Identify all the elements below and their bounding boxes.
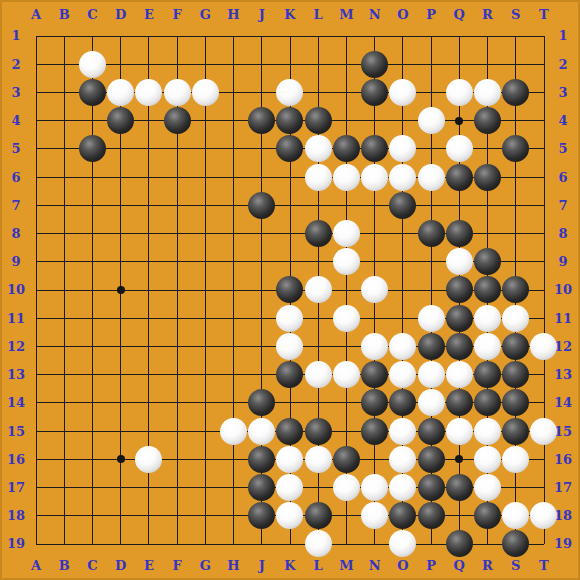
col-label: N	[361, 7, 389, 22]
white-stone[interactable]	[389, 418, 416, 445]
row-label: 17	[7, 480, 25, 495]
black-stone[interactable]	[276, 135, 303, 162]
white-stone[interactable]	[276, 333, 303, 360]
white-stone[interactable]	[446, 79, 473, 106]
white-stone[interactable]	[474, 474, 501, 501]
row-label: 14	[7, 395, 25, 410]
white-stone[interactable]	[305, 446, 332, 473]
row-label: 17	[554, 480, 572, 495]
black-stone[interactable]	[276, 418, 303, 445]
col-label: O	[389, 558, 417, 573]
col-label: H	[219, 7, 247, 22]
row-labels-right: 12345678910111213141516171819	[547, 22, 579, 558]
white-stone[interactable]	[389, 333, 416, 360]
col-label: Q	[445, 558, 473, 573]
row-label: 9	[558, 254, 567, 269]
col-label: A	[22, 7, 50, 22]
col-label: K	[276, 558, 304, 573]
white-stone[interactable]	[418, 305, 445, 332]
black-stone[interactable]	[474, 276, 501, 303]
white-stone[interactable]	[389, 446, 416, 473]
white-stone[interactable]	[135, 79, 162, 106]
row-label: 11	[554, 311, 572, 326]
row-label: 15	[7, 424, 25, 439]
star-point	[117, 455, 125, 463]
row-label: 2	[11, 57, 20, 72]
black-stone[interactable]	[446, 530, 473, 557]
row-label: 16	[7, 452, 25, 467]
white-stone[interactable]	[305, 164, 332, 191]
row-label: 7	[11, 198, 20, 213]
white-stone[interactable]	[305, 361, 332, 388]
black-stone[interactable]	[248, 502, 275, 529]
black-stone[interactable]	[474, 502, 501, 529]
white-stone[interactable]	[418, 389, 445, 416]
col-label: A	[22, 558, 50, 573]
row-label: 11	[7, 311, 25, 326]
black-stone[interactable]	[502, 276, 529, 303]
black-stone[interactable]	[446, 164, 473, 191]
black-stone[interactable]	[474, 389, 501, 416]
row-label: 19	[7, 536, 25, 551]
black-stone[interactable]	[474, 361, 501, 388]
col-label: G	[191, 558, 219, 573]
row-label: 4	[558, 113, 567, 128]
white-stone[interactable]	[192, 79, 219, 106]
white-stone[interactable]	[446, 418, 473, 445]
black-stone[interactable]	[248, 389, 275, 416]
col-label: D	[107, 558, 135, 573]
row-label: 13	[554, 367, 572, 382]
col-label: G	[191, 7, 219, 22]
white-stone[interactable]	[418, 361, 445, 388]
black-stone[interactable]	[361, 79, 388, 106]
white-stone[interactable]	[276, 502, 303, 529]
black-stone[interactable]	[305, 502, 332, 529]
white-stone[interactable]	[305, 276, 332, 303]
white-stone[interactable]	[361, 164, 388, 191]
black-stone[interactable]	[276, 107, 303, 134]
row-label: 14	[554, 395, 572, 410]
white-stone[interactable]	[333, 164, 360, 191]
col-label: L	[304, 558, 332, 573]
white-stone[interactable]	[389, 474, 416, 501]
black-stone[interactable]	[418, 474, 445, 501]
col-label: B	[50, 7, 78, 22]
col-label: C	[78, 7, 106, 22]
black-stone[interactable]	[164, 107, 191, 134]
white-stone[interactable]	[135, 446, 162, 473]
white-stone[interactable]	[474, 333, 501, 360]
row-label: 10	[554, 282, 572, 297]
col-label: F	[163, 7, 191, 22]
white-stone[interactable]	[305, 530, 332, 557]
col-label: R	[473, 558, 501, 573]
white-stone[interactable]	[418, 164, 445, 191]
row-label: 3	[11, 85, 20, 100]
col-label: S	[502, 7, 530, 22]
black-stone[interactable]	[389, 502, 416, 529]
black-stone[interactable]	[446, 333, 473, 360]
white-stone[interactable]	[418, 107, 445, 134]
row-label: 6	[11, 170, 20, 185]
black-stone[interactable]	[418, 418, 445, 445]
col-label: T	[530, 558, 558, 573]
black-stone[interactable]	[361, 418, 388, 445]
white-stone[interactable]	[361, 474, 388, 501]
black-stone[interactable]	[361, 51, 388, 78]
black-stone[interactable]	[305, 220, 332, 247]
white-stone[interactable]	[79, 51, 106, 78]
column-labels-bottom: ABCDEFGHJKLMNOPQRST	[22, 553, 558, 577]
row-label: 5	[11, 141, 20, 156]
star-point	[455, 455, 463, 463]
black-stone[interactable]	[502, 135, 529, 162]
white-stone[interactable]	[276, 305, 303, 332]
col-label: M	[332, 7, 360, 22]
row-label: 19	[554, 536, 572, 551]
black-stone[interactable]	[446, 276, 473, 303]
star-point	[455, 117, 463, 125]
col-label: K	[276, 7, 304, 22]
white-stone[interactable]	[474, 446, 501, 473]
black-stone[interactable]	[502, 418, 529, 445]
black-stone[interactable]	[502, 79, 529, 106]
col-label: L	[304, 7, 332, 22]
col-label: J	[248, 7, 276, 22]
black-stone[interactable]	[418, 220, 445, 247]
row-label: 7	[558, 198, 567, 213]
row-label: 18	[7, 508, 25, 523]
white-stone[interactable]	[305, 135, 332, 162]
white-stone[interactable]	[248, 418, 275, 445]
row-label: 2	[558, 57, 567, 72]
col-label: O	[389, 7, 417, 22]
black-stone[interactable]	[446, 474, 473, 501]
black-stone[interactable]	[333, 135, 360, 162]
white-stone[interactable]	[389, 79, 416, 106]
black-stone[interactable]	[418, 502, 445, 529]
white-stone[interactable]	[333, 248, 360, 275]
black-stone[interactable]	[333, 446, 360, 473]
white-stone[interactable]	[474, 418, 501, 445]
black-stone[interactable]	[418, 446, 445, 473]
white-stone[interactable]	[530, 418, 557, 445]
white-stone[interactable]	[333, 361, 360, 388]
black-stone[interactable]	[107, 107, 134, 134]
white-stone[interactable]	[361, 502, 388, 529]
col-label: S	[502, 558, 530, 573]
white-stone[interactable]	[107, 79, 134, 106]
white-stone[interactable]	[389, 361, 416, 388]
row-label: 6	[558, 170, 567, 185]
white-stone[interactable]	[333, 474, 360, 501]
black-stone[interactable]	[361, 361, 388, 388]
row-label: 1	[558, 28, 567, 43]
white-stone[interactable]	[474, 305, 501, 332]
black-stone[interactable]	[276, 276, 303, 303]
col-label: T	[530, 7, 558, 22]
black-stone[interactable]	[389, 389, 416, 416]
col-label: P	[417, 7, 445, 22]
col-label: E	[135, 7, 163, 22]
white-stone[interactable]	[276, 79, 303, 106]
row-labels-left: 12345678910111213141516171819	[0, 22, 32, 558]
black-stone[interactable]	[474, 248, 501, 275]
white-stone[interactable]	[361, 276, 388, 303]
white-stone[interactable]	[446, 248, 473, 275]
stones-layer	[22, 22, 558, 558]
white-stone[interactable]	[474, 79, 501, 106]
row-label: 12	[7, 339, 25, 354]
black-stone[interactable]	[276, 361, 303, 388]
white-stone[interactable]	[502, 446, 529, 473]
white-stone[interactable]	[389, 135, 416, 162]
row-label: 16	[554, 452, 572, 467]
white-stone[interactable]	[502, 305, 529, 332]
black-stone[interactable]	[361, 389, 388, 416]
white-stone[interactable]	[220, 418, 247, 445]
row-label: 13	[7, 367, 25, 382]
white-stone[interactable]	[276, 446, 303, 473]
row-label: 4	[11, 113, 20, 128]
row-label: 3	[558, 85, 567, 100]
col-label: H	[219, 558, 247, 573]
white-stone[interactable]	[502, 502, 529, 529]
col-label: C	[78, 558, 106, 573]
row-label: 1	[11, 28, 20, 43]
black-stone[interactable]	[446, 305, 473, 332]
col-label: N	[361, 558, 389, 573]
black-stone[interactable]	[361, 135, 388, 162]
col-label: Q	[445, 7, 473, 22]
white-stone[interactable]	[389, 164, 416, 191]
row-label: 9	[11, 254, 20, 269]
col-label: J	[248, 558, 276, 573]
col-label: M	[332, 558, 360, 573]
row-label: 5	[558, 141, 567, 156]
black-stone[interactable]	[248, 474, 275, 501]
col-label: F	[163, 558, 191, 573]
white-stone[interactable]	[361, 333, 388, 360]
black-stone[interactable]	[79, 135, 106, 162]
black-stone[interactable]	[389, 192, 416, 219]
column-labels-top: ABCDEFGHJKLMNOPQRST	[22, 2, 558, 26]
black-stone[interactable]	[446, 389, 473, 416]
star-point	[117, 286, 125, 294]
black-stone[interactable]	[502, 389, 529, 416]
black-stone[interactable]	[474, 164, 501, 191]
col-label: P	[417, 558, 445, 573]
white-stone[interactable]	[333, 220, 360, 247]
col-label: B	[50, 558, 78, 573]
white-stone[interactable]	[446, 135, 473, 162]
white-stone[interactable]	[333, 305, 360, 332]
black-stone[interactable]	[79, 79, 106, 106]
white-stone[interactable]	[164, 79, 191, 106]
black-stone[interactable]	[502, 333, 529, 360]
black-stone[interactable]	[446, 220, 473, 247]
black-stone[interactable]	[474, 107, 501, 134]
row-label: 10	[7, 282, 25, 297]
white-stone[interactable]	[446, 361, 473, 388]
black-stone[interactable]	[305, 418, 332, 445]
black-stone[interactable]	[248, 446, 275, 473]
col-label: D	[107, 7, 135, 22]
col-label: E	[135, 558, 163, 573]
row-label: 8	[558, 226, 567, 241]
row-label: 8	[11, 226, 20, 241]
go-board[interactable]: ABCDEFGHJKLMNOPQRST ABCDEFGHJKLMNOPQRST …	[0, 0, 580, 580]
black-stone[interactable]	[502, 361, 529, 388]
black-stone[interactable]	[248, 107, 275, 134]
col-label: R	[473, 7, 501, 22]
black-stone[interactable]	[418, 333, 445, 360]
black-stone[interactable]	[305, 107, 332, 134]
black-stone[interactable]	[248, 192, 275, 219]
white-stone[interactable]	[276, 474, 303, 501]
